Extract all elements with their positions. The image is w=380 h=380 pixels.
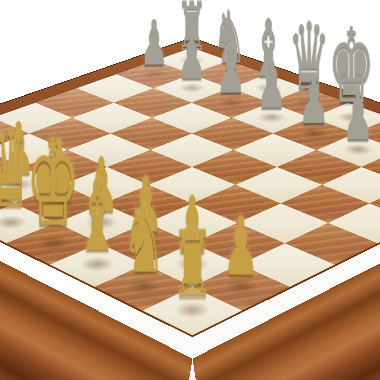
black-pawn-f7: ♟ — [342, 81, 374, 150]
white-rook-h1: ♜ — [171, 219, 213, 311]
black-pawn-d7: ♟ — [256, 51, 286, 117]
white-pawn-h2: ♟ — [222, 206, 259, 287]
product-photo-scene: ♜♞♝♛♚♝♞♜♟♟♟♟♟♟♟♟♟♟♟♟♟♟♟♟♜♞♝♛♚♝♞♜ — [0, 0, 380, 380]
black-bishop-f8: ♝ — [376, 49, 380, 133]
black-pawn-e7: ♟ — [299, 66, 330, 134]
white-knight-g1: ♞ — [122, 192, 165, 287]
white-bishop-f1: ♝ — [75, 166, 120, 264]
black-pawn-c7: ♟ — [216, 38, 246, 103]
square-f6 — [277, 150, 362, 185]
black-pawn-b7: ♟ — [177, 24, 206, 88]
white-king-e1: ♚ — [26, 123, 81, 243]
black-pawn-a7: ♟ — [140, 12, 169, 75]
chess-table: ♜♞♝♛♚♝♞♜♟♟♟♟♟♟♟♟♟♟♟♟♟♟♟♟♜♞♝♛♚♝♞♜ — [0, 48, 380, 335]
